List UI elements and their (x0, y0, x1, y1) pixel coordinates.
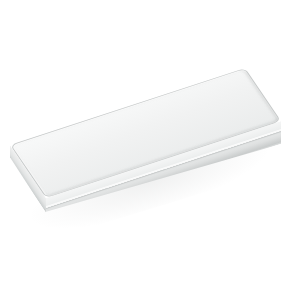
product-photo (0, 0, 290, 290)
chocolate-mold-tray (0, 0, 290, 290)
